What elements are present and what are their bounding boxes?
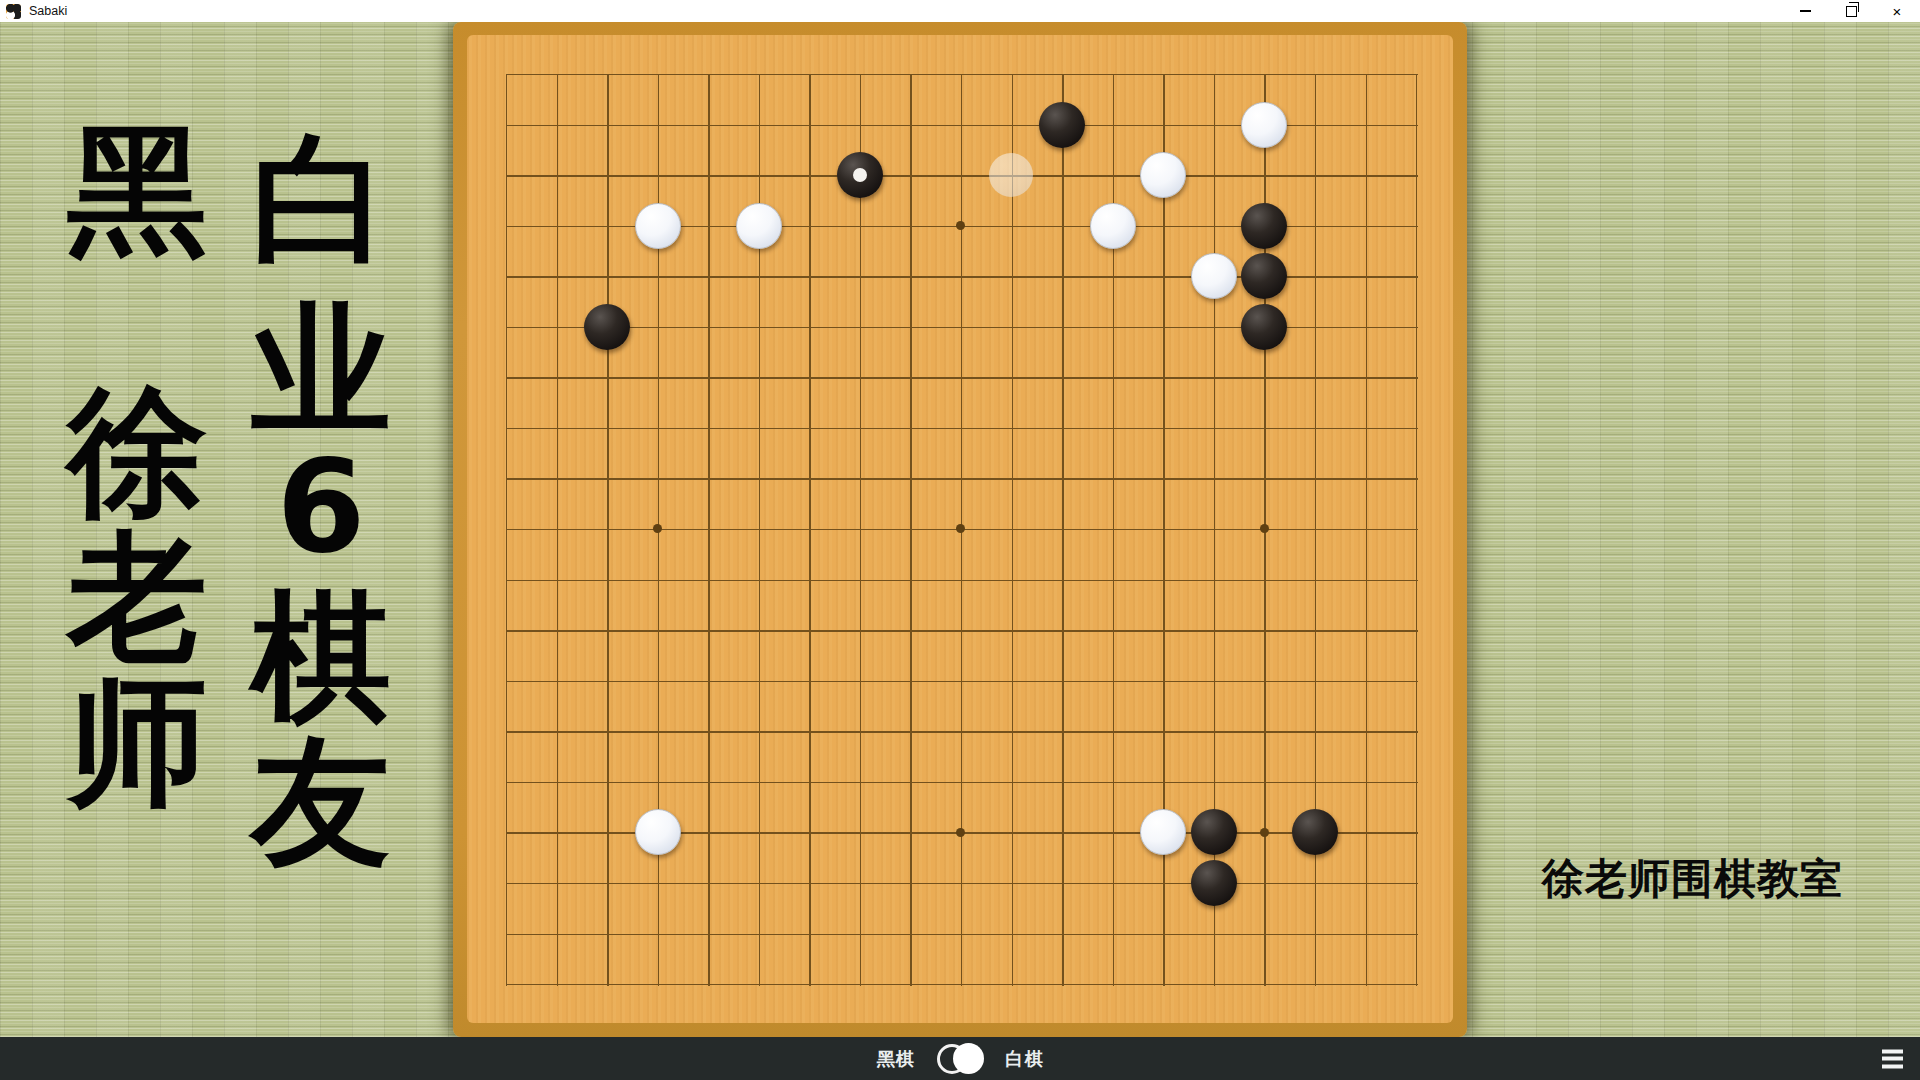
board-intersection[interactable]	[1239, 453, 1290, 504]
board-intersection[interactable]	[1239, 807, 1290, 858]
board-intersection[interactable]	[885, 200, 936, 251]
board-intersection[interactable]	[1087, 251, 1138, 302]
board-intersection[interactable]	[784, 453, 835, 504]
board-intersection[interactable]	[835, 403, 886, 454]
stone-black[interactable]	[837, 152, 883, 198]
board-intersection[interactable]	[1037, 504, 1088, 555]
board-intersection[interactable]	[1087, 959, 1138, 1010]
board-intersection[interactable]	[1138, 150, 1189, 201]
board-intersection[interactable]	[1188, 857, 1239, 908]
board-intersection[interactable]	[1037, 857, 1088, 908]
board-intersection[interactable]	[986, 200, 1037, 251]
board-intersection[interactable]	[481, 504, 532, 555]
stone-black[interactable]	[1191, 809, 1237, 855]
board-intersection[interactable]	[531, 706, 582, 757]
board-intersection[interactable]	[885, 605, 936, 656]
board-intersection[interactable]	[582, 605, 633, 656]
board-intersection[interactable]	[835, 352, 886, 403]
board-intersection[interactable]	[885, 352, 936, 403]
board-intersection[interactable]	[1391, 605, 1442, 656]
board-intersection[interactable]	[733, 908, 784, 959]
board-intersection[interactable]	[1188, 200, 1239, 251]
board-intersection[interactable]	[1037, 959, 1088, 1010]
board-intersection[interactable]	[784, 504, 835, 555]
board-intersection[interactable]	[531, 857, 582, 908]
board-intersection[interactable]	[632, 301, 683, 352]
board-intersection[interactable]	[1391, 301, 1442, 352]
board-intersection[interactable]	[1289, 200, 1340, 251]
stone-black[interactable]	[1241, 304, 1287, 350]
board-intersection[interactable]	[481, 857, 532, 908]
board-intersection[interactable]	[936, 959, 987, 1010]
board-intersection[interactable]	[1188, 504, 1239, 555]
board-intersection[interactable]	[936, 504, 987, 555]
board-intersection[interactable]	[1289, 504, 1340, 555]
board-intersection[interactable]	[1239, 49, 1290, 100]
board-intersection[interactable]	[1087, 301, 1138, 352]
board-intersection[interactable]	[1138, 807, 1189, 858]
board-intersection[interactable]	[683, 251, 734, 302]
board-intersection[interactable]	[683, 504, 734, 555]
board-intersection[interactable]	[1138, 49, 1189, 100]
board-intersection[interactable]	[531, 301, 582, 352]
board-intersection[interactable]	[885, 301, 936, 352]
board-intersection[interactable]	[1239, 504, 1290, 555]
stone-black[interactable]	[1241, 203, 1287, 249]
board-intersection[interactable]	[481, 251, 532, 302]
board-intersection[interactable]	[1340, 504, 1391, 555]
board-intersection[interactable]	[582, 150, 633, 201]
stone-white[interactable]	[635, 203, 681, 249]
board-intersection[interactable]	[1289, 756, 1340, 807]
board-intersection[interactable]	[1391, 403, 1442, 454]
board-intersection[interactable]	[1138, 352, 1189, 403]
board-intersection[interactable]	[784, 857, 835, 908]
board-intersection[interactable]	[1138, 251, 1189, 302]
board-intersection[interactable]	[733, 857, 784, 908]
board-intersection[interactable]	[1391, 655, 1442, 706]
board-intersection[interactable]	[835, 251, 886, 302]
board-intersection[interactable]	[936, 301, 987, 352]
board-intersection[interactable]	[1188, 706, 1239, 757]
board-intersection[interactable]	[1340, 756, 1391, 807]
board-intersection[interactable]	[1188, 554, 1239, 605]
board-intersection[interactable]	[784, 49, 835, 100]
board-intersection[interactable]	[1087, 857, 1138, 908]
board-intersection[interactable]	[1340, 301, 1391, 352]
board-intersection[interactable]	[1087, 150, 1138, 201]
board-intersection[interactable]	[986, 251, 1037, 302]
board-intersection[interactable]	[986, 655, 1037, 706]
ghost-stone-white[interactable]	[989, 153, 1033, 197]
board-intersection[interactable]	[1037, 554, 1088, 605]
board-intersection[interactable]	[1138, 301, 1189, 352]
board-intersection[interactable]	[1037, 251, 1088, 302]
board-intersection[interactable]	[1138, 706, 1189, 757]
board-intersection[interactable]	[784, 352, 835, 403]
board-intersection[interactable]	[531, 605, 582, 656]
board-intersection[interactable]	[1037, 756, 1088, 807]
board-intersection[interactable]	[632, 706, 683, 757]
board-intersection[interactable]	[733, 807, 784, 858]
stone-white[interactable]	[736, 203, 782, 249]
board-intersection[interactable]	[1289, 49, 1340, 100]
board-intersection[interactable]	[1239, 908, 1290, 959]
board-intersection[interactable]	[1391, 959, 1442, 1010]
board-intersection[interactable]	[1037, 605, 1088, 656]
board-intersection[interactable]	[632, 959, 683, 1010]
board-intersection[interactable]	[885, 908, 936, 959]
board-intersection[interactable]	[733, 301, 784, 352]
board-intersection[interactable]	[784, 403, 835, 454]
board-intersection[interactable]	[632, 49, 683, 100]
board-intersection[interactable]	[1239, 301, 1290, 352]
board-intersection[interactable]	[1037, 200, 1088, 251]
board-intersection[interactable]	[835, 706, 886, 757]
board-intersection[interactable]	[784, 756, 835, 807]
board-intersection[interactable]	[1239, 605, 1290, 656]
board-intersection[interactable]	[632, 200, 683, 251]
board-intersection[interactable]	[1138, 857, 1189, 908]
board-intersection[interactable]	[885, 504, 936, 555]
board-intersection[interactable]	[632, 908, 683, 959]
board-intersection[interactable]	[1138, 756, 1189, 807]
board-intersection[interactable]	[683, 959, 734, 1010]
stone-black[interactable]	[1292, 809, 1338, 855]
board-intersection[interactable]	[683, 807, 734, 858]
board-intersection[interactable]	[1239, 200, 1290, 251]
board-intersection[interactable]	[784, 706, 835, 757]
board-intersection[interactable]	[531, 200, 582, 251]
board-intersection[interactable]	[1037, 301, 1088, 352]
board-intersection[interactable]	[936, 605, 987, 656]
board-intersection[interactable]	[885, 403, 936, 454]
board-intersection[interactable]	[1391, 908, 1442, 959]
board-intersection[interactable]	[936, 251, 987, 302]
board-intersection[interactable]	[582, 857, 633, 908]
board-intersection[interactable]	[582, 908, 633, 959]
board-intersection[interactable]	[784, 959, 835, 1010]
board-intersection[interactable]	[885, 807, 936, 858]
board-intersection[interactable]	[1340, 655, 1391, 706]
board-intersection[interactable]	[582, 706, 633, 757]
board-intersection[interactable]	[835, 150, 886, 201]
board-intersection[interactable]	[632, 504, 683, 555]
board-intersection[interactable]	[1340, 251, 1391, 302]
board-intersection[interactable]	[683, 605, 734, 656]
board-intersection[interactable]	[986, 959, 1037, 1010]
board-intersection[interactable]	[1340, 150, 1391, 201]
board-intersection[interactable]	[1087, 605, 1138, 656]
board-intersection[interactable]	[885, 99, 936, 150]
board-intersection[interactable]	[1239, 554, 1290, 605]
board-intersection[interactable]	[885, 959, 936, 1010]
board-intersection[interactable]	[1138, 655, 1189, 706]
board-intersection[interactable]	[1087, 554, 1138, 605]
board-intersection[interactable]	[1340, 959, 1391, 1010]
board-intersection[interactable]	[784, 251, 835, 302]
board-intersection[interactable]	[1239, 251, 1290, 302]
board-intersection[interactable]	[1340, 605, 1391, 656]
board-intersection[interactable]	[1188, 605, 1239, 656]
board-intersection[interactable]	[885, 554, 936, 605]
board-intersection[interactable]	[1037, 403, 1088, 454]
board-intersection[interactable]	[733, 453, 784, 504]
board-intersection[interactable]	[683, 706, 734, 757]
board-intersection[interactable]	[531, 554, 582, 605]
board-intersection[interactable]	[1340, 706, 1391, 757]
board-intersection[interactable]	[733, 655, 784, 706]
board-intersection[interactable]	[986, 605, 1037, 656]
board-intersection[interactable]	[1391, 756, 1442, 807]
board-intersection[interactable]	[1289, 857, 1340, 908]
board-intersection[interactable]	[885, 756, 936, 807]
board-intersection[interactable]	[1188, 655, 1239, 706]
board-intersection[interactable]	[986, 49, 1037, 100]
board-intersection[interactable]	[481, 908, 532, 959]
board-intersection[interactable]	[531, 655, 582, 706]
board-intersection[interactable]	[531, 959, 582, 1010]
board-intersection[interactable]	[1188, 99, 1239, 150]
board-intersection[interactable]	[582, 200, 633, 251]
board-intersection[interactable]	[632, 857, 683, 908]
board-intersection[interactable]	[1138, 504, 1189, 555]
board-intersection[interactable]	[1289, 959, 1340, 1010]
board-intersection[interactable]	[1188, 908, 1239, 959]
board-intersection[interactable]	[835, 200, 886, 251]
board-intersection[interactable]	[835, 605, 886, 656]
board-intersection[interactable]	[632, 655, 683, 706]
board-intersection[interactable]	[1037, 807, 1088, 858]
board-intersection[interactable]	[936, 99, 987, 150]
board-intersection[interactable]	[733, 959, 784, 1010]
board-intersection[interactable]	[936, 908, 987, 959]
stone-white[interactable]	[1241, 102, 1287, 148]
board-intersection[interactable]	[683, 857, 734, 908]
board-intersection[interactable]	[936, 706, 987, 757]
board-intersection[interactable]	[683, 908, 734, 959]
board-intersection[interactable]	[1188, 49, 1239, 100]
board-intersection[interactable]	[1087, 908, 1138, 959]
board-intersection[interactable]	[582, 49, 633, 100]
board-intersection[interactable]	[1239, 403, 1290, 454]
board-intersection[interactable]	[1087, 655, 1138, 706]
board-intersection[interactable]	[733, 554, 784, 605]
board-intersection[interactable]	[531, 807, 582, 858]
stone-white[interactable]	[1140, 152, 1186, 198]
stone-black[interactable]	[1241, 253, 1287, 299]
board-intersection[interactable]	[481, 403, 532, 454]
board-intersection[interactable]	[481, 655, 532, 706]
board-intersection[interactable]	[986, 504, 1037, 555]
board-intersection[interactable]	[835, 99, 886, 150]
board-intersection[interactable]	[582, 352, 633, 403]
board-intersection[interactable]	[733, 706, 784, 757]
board-intersection[interactable]	[1087, 352, 1138, 403]
board-intersection[interactable]	[986, 403, 1037, 454]
board-intersection[interactable]	[986, 857, 1037, 908]
board-intersection[interactable]	[1239, 706, 1290, 757]
board-intersection[interactable]	[986, 99, 1037, 150]
board-intersection[interactable]	[1289, 706, 1340, 757]
board-intersection[interactable]	[1188, 453, 1239, 504]
board-intersection[interactable]	[683, 756, 734, 807]
board-intersection[interactable]	[481, 605, 532, 656]
board-intersection[interactable]	[1340, 200, 1391, 251]
board-intersection[interactable]	[936, 150, 987, 201]
board-intersection[interactable]	[1138, 403, 1189, 454]
stone-white[interactable]	[1090, 203, 1136, 249]
board-intersection[interactable]	[481, 756, 532, 807]
board-intersection[interactable]	[1391, 706, 1442, 757]
board-intersection[interactable]	[835, 655, 886, 706]
board-intersection[interactable]	[582, 655, 633, 706]
board-intersection[interactable]	[1037, 352, 1088, 403]
board-intersection[interactable]	[1239, 150, 1290, 201]
board-intersection[interactable]	[1138, 200, 1189, 251]
board-intersection[interactable]	[481, 706, 532, 757]
board-intersection[interactable]	[1340, 453, 1391, 504]
board-intersection[interactable]	[1239, 756, 1290, 807]
board-intersection[interactable]	[1138, 959, 1189, 1010]
board-intersection[interactable]	[1087, 49, 1138, 100]
board-intersection[interactable]	[733, 200, 784, 251]
board-intersection[interactable]	[936, 807, 987, 858]
board-intersection[interactable]	[1087, 807, 1138, 858]
board-intersection[interactable]	[683, 150, 734, 201]
board-intersection[interactable]	[1289, 352, 1340, 403]
board-intersection[interactable]	[1289, 908, 1340, 959]
board-intersection[interactable]	[632, 352, 683, 403]
board-intersection[interactable]	[1340, 403, 1391, 454]
board-intersection[interactable]	[784, 655, 835, 706]
board-intersection[interactable]	[1188, 959, 1239, 1010]
board-intersection[interactable]	[1188, 807, 1239, 858]
board-intersection[interactable]	[1289, 251, 1340, 302]
board-intersection[interactable]	[1340, 352, 1391, 403]
board-intersection[interactable]	[1340, 857, 1391, 908]
board-intersection[interactable]	[683, 99, 734, 150]
board-intersection[interactable]	[885, 706, 936, 757]
board-intersection[interactable]	[1391, 453, 1442, 504]
board-intersection[interactable]	[481, 807, 532, 858]
board-intersection[interactable]	[582, 959, 633, 1010]
board-intersection[interactable]	[632, 150, 683, 201]
board-intersection[interactable]	[1289, 453, 1340, 504]
board-intersection[interactable]	[733, 251, 784, 302]
board-intersection[interactable]	[936, 403, 987, 454]
board-intersection[interactable]	[936, 352, 987, 403]
board-intersection[interactable]	[481, 352, 532, 403]
stone-white[interactable]	[635, 809, 681, 855]
board-intersection[interactable]	[936, 857, 987, 908]
board-intersection[interactable]	[1087, 706, 1138, 757]
board-intersection[interactable]	[986, 756, 1037, 807]
board-intersection[interactable]	[1239, 655, 1290, 706]
board-intersection[interactable]	[1391, 857, 1442, 908]
board-intersection[interactable]	[683, 453, 734, 504]
board-intersection[interactable]	[885, 857, 936, 908]
board-intersection[interactable]	[1138, 554, 1189, 605]
stone-color-toggle[interactable]	[937, 1043, 984, 1074]
board-intersection[interactable]	[582, 99, 633, 150]
board-intersection[interactable]	[936, 756, 987, 807]
board-intersection[interactable]	[1188, 352, 1239, 403]
board-intersection[interactable]	[632, 605, 683, 656]
board-intersection[interactable]	[1391, 807, 1442, 858]
board-intersection[interactable]	[481, 453, 532, 504]
board-intersection[interactable]	[1340, 908, 1391, 959]
board-intersection[interactable]	[1087, 200, 1138, 251]
board-intersection[interactable]	[683, 655, 734, 706]
board-intersection[interactable]	[1087, 453, 1138, 504]
board-intersection[interactable]	[885, 49, 936, 100]
board-intersection[interactable]	[1188, 150, 1239, 201]
board-intersection[interactable]	[632, 756, 683, 807]
close-button[interactable]: ×	[1874, 0, 1920, 22]
board-intersection[interactable]	[1087, 504, 1138, 555]
board-intersection[interactable]	[1087, 756, 1138, 807]
board-intersection[interactable]	[582, 301, 633, 352]
board-intersection[interactable]	[1289, 403, 1340, 454]
board-intersection[interactable]	[531, 49, 582, 100]
board-intersection[interactable]	[1037, 706, 1088, 757]
board-intersection[interactable]	[531, 99, 582, 150]
board-intersection[interactable]	[784, 554, 835, 605]
stone-black[interactable]	[1191, 860, 1237, 906]
board-intersection[interactable]	[683, 352, 734, 403]
board-intersection[interactable]	[835, 504, 886, 555]
board-intersection[interactable]	[835, 756, 886, 807]
board-intersection[interactable]	[531, 908, 582, 959]
board-intersection[interactable]	[1289, 807, 1340, 858]
board-intersection[interactable]	[632, 403, 683, 454]
board-intersection[interactable]	[531, 756, 582, 807]
board-intersection[interactable]	[531, 504, 582, 555]
board-intersection[interactable]	[784, 301, 835, 352]
board-intersection[interactable]	[885, 251, 936, 302]
board-intersection[interactable]	[1340, 554, 1391, 605]
board-intersection[interactable]	[835, 301, 886, 352]
board-intersection[interactable]	[1239, 857, 1290, 908]
board-intersection[interactable]	[733, 403, 784, 454]
board-intersection[interactable]	[784, 908, 835, 959]
board-intersection[interactable]	[936, 200, 987, 251]
stone-white[interactable]	[1140, 809, 1186, 855]
board-intersections[interactable]	[481, 49, 1441, 1009]
board-intersection[interactable]	[936, 49, 987, 100]
board-intersection[interactable]	[986, 706, 1037, 757]
board-intersection[interactable]	[683, 403, 734, 454]
board-intersection[interactable]	[481, 554, 532, 605]
board-intersection[interactable]	[885, 655, 936, 706]
board-intersection[interactable]	[1188, 403, 1239, 454]
board-intersection[interactable]	[1289, 655, 1340, 706]
menu-button[interactable]	[1878, 1045, 1907, 1072]
board-intersection[interactable]	[1289, 605, 1340, 656]
board-intersection[interactable]	[531, 352, 582, 403]
board-intersection[interactable]	[1188, 251, 1239, 302]
board-intersection[interactable]	[582, 756, 633, 807]
board-intersection[interactable]	[733, 605, 784, 656]
board-intersection[interactable]	[531, 150, 582, 201]
board-intersection[interactable]	[582, 251, 633, 302]
stone-black[interactable]	[1039, 102, 1085, 148]
board-intersection[interactable]	[986, 150, 1037, 201]
board-intersection[interactable]	[1037, 49, 1088, 100]
board-intersection[interactable]	[885, 453, 936, 504]
board-intersection[interactable]	[986, 352, 1037, 403]
